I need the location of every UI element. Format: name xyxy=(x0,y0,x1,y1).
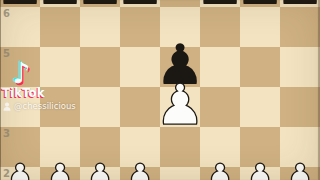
square-d2[interactable]: ♟ xyxy=(120,167,160,180)
square-d7[interactable]: ♟ xyxy=(120,0,160,7)
rank-label-3: 3 xyxy=(3,129,10,139)
square-h5[interactable] xyxy=(280,47,320,87)
square-a5[interactable]: 5 xyxy=(0,47,40,87)
square-b5[interactable] xyxy=(40,47,80,87)
video-frame: ♜♞♝♛♚♝♞♜♟♟♟♟♟♟♟65♟♟32♟♟♟♟♟♟♟♜♞♝♛♚♝♞♜ ♪ T… xyxy=(0,0,320,180)
square-f5[interactable] xyxy=(200,47,240,87)
square-g5[interactable] xyxy=(240,47,280,87)
square-h2[interactable]: ♟ xyxy=(280,167,320,180)
square-g4[interactable] xyxy=(240,87,280,127)
square-e4[interactable]: ♟ xyxy=(160,87,200,127)
square-c5[interactable] xyxy=(80,47,120,87)
square-b4[interactable] xyxy=(40,87,80,127)
square-c4[interactable] xyxy=(80,87,120,127)
piece-black-p[interactable]: ♟ xyxy=(115,0,165,13)
rank-label-5: 5 xyxy=(3,49,10,59)
square-h7[interactable]: ♟ xyxy=(280,0,320,7)
piece-white-p[interactable]: ♟ xyxy=(115,157,165,180)
piece-white-p[interactable]: ♟ xyxy=(275,157,320,180)
square-a4[interactable] xyxy=(0,87,40,127)
piece-black-p[interactable]: ♟ xyxy=(275,0,320,13)
square-f4[interactable] xyxy=(200,87,240,127)
square-h4[interactable] xyxy=(280,87,320,127)
piece-white-p[interactable]: ♟ xyxy=(155,77,205,133)
chess-board: ♜♞♝♛♚♝♞♜♟♟♟♟♟♟♟65♟♟32♟♟♟♟♟♟♟♜♞♝♛♚♝♞♜ xyxy=(0,0,320,180)
